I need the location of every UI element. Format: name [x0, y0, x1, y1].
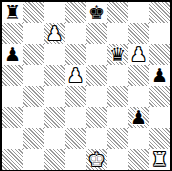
square-e5[interactable] [86, 65, 107, 86]
square-a3[interactable] [2, 107, 23, 128]
piece-white-rook: ♜ [151, 149, 168, 170]
piece-white-king: ♚ [88, 149, 105, 170]
square-e7[interactable] [86, 23, 107, 44]
square-e1[interactable]: ♚ [86, 149, 107, 170]
square-g2[interactable] [128, 128, 149, 149]
square-h4[interactable] [149, 86, 170, 107]
square-f3[interactable] [107, 107, 128, 128]
square-a1[interactable] [2, 149, 23, 170]
square-d5[interactable]: ♟ [65, 65, 86, 86]
square-b8[interactable] [23, 2, 44, 23]
square-g4[interactable] [128, 86, 149, 107]
piece-white-pawn: ♟ [46, 23, 63, 44]
square-f5[interactable] [107, 65, 128, 86]
square-c8[interactable] [44, 2, 65, 23]
square-d7[interactable] [65, 23, 86, 44]
piece-black-queen: ♛ [109, 44, 126, 65]
square-h2[interactable] [149, 128, 170, 149]
square-a2[interactable] [2, 128, 23, 149]
square-h3[interactable] [149, 107, 170, 128]
square-g1[interactable] [128, 149, 149, 170]
square-b3[interactable] [23, 107, 44, 128]
square-f8[interactable] [107, 2, 128, 23]
piece-black-pawn: ♟ [4, 44, 21, 65]
square-e2[interactable] [86, 128, 107, 149]
square-b5[interactable] [23, 65, 44, 86]
square-c7[interactable]: ♟ [44, 23, 65, 44]
square-g6[interactable]: ♟ [128, 44, 149, 65]
square-g3[interactable]: ♟ [128, 107, 149, 128]
square-a7[interactable] [2, 23, 23, 44]
square-f7[interactable] [107, 23, 128, 44]
square-h5[interactable]: ♟ [149, 65, 170, 86]
square-c6[interactable] [44, 44, 65, 65]
square-e4[interactable] [86, 86, 107, 107]
square-c2[interactable] [44, 128, 65, 149]
square-f4[interactable] [107, 86, 128, 107]
square-d8[interactable] [65, 2, 86, 23]
square-b1[interactable] [23, 149, 44, 170]
square-e8[interactable]: ♚ [86, 2, 107, 23]
piece-black-pawn: ♟ [151, 65, 168, 86]
square-b6[interactable] [23, 44, 44, 65]
square-d4[interactable] [65, 86, 86, 107]
chess-board-frame: ♜♚♟♟♛♟♟♟♟♚♜ [0, 0, 172, 171]
square-f2[interactable] [107, 128, 128, 149]
piece-black-rook: ♜ [4, 2, 21, 23]
square-d2[interactable] [65, 128, 86, 149]
square-h1[interactable]: ♜ [149, 149, 170, 170]
piece-black-king: ♚ [88, 2, 105, 23]
square-b2[interactable] [23, 128, 44, 149]
square-b7[interactable] [23, 23, 44, 44]
square-f1[interactable] [107, 149, 128, 170]
chess-board: ♜♚♟♟♛♟♟♟♟♚♜ [2, 2, 170, 170]
square-e3[interactable] [86, 107, 107, 128]
square-e6[interactable] [86, 44, 107, 65]
square-h6[interactable] [149, 44, 170, 65]
square-g8[interactable] [128, 2, 149, 23]
piece-black-pawn: ♟ [130, 107, 147, 128]
square-d6[interactable] [65, 44, 86, 65]
square-c5[interactable] [44, 65, 65, 86]
square-a5[interactable] [2, 65, 23, 86]
square-b4[interactable] [23, 86, 44, 107]
piece-white-pawn: ♟ [67, 65, 84, 86]
square-c4[interactable] [44, 86, 65, 107]
square-g5[interactable] [128, 65, 149, 86]
square-h7[interactable] [149, 23, 170, 44]
square-a4[interactable] [2, 86, 23, 107]
square-a6[interactable]: ♟ [2, 44, 23, 65]
square-c3[interactable] [44, 107, 65, 128]
square-d1[interactable] [65, 149, 86, 170]
square-d3[interactable] [65, 107, 86, 128]
square-c1[interactable] [44, 149, 65, 170]
square-f6[interactable]: ♛ [107, 44, 128, 65]
piece-white-pawn: ♟ [130, 44, 147, 65]
square-h8[interactable] [149, 2, 170, 23]
square-g7[interactable] [128, 23, 149, 44]
square-a8[interactable]: ♜ [2, 2, 23, 23]
